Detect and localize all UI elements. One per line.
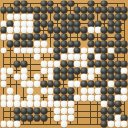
stone-black[interactable] bbox=[40, 114, 47, 121]
stone-white[interactable] bbox=[61, 121, 68, 128]
stone-white[interactable] bbox=[0, 47, 7, 54]
stone-black[interactable] bbox=[67, 0, 74, 7]
go-board[interactable] bbox=[0, 0, 128, 128]
stone-white[interactable] bbox=[0, 81, 7, 88]
stone-black[interactable] bbox=[121, 13, 128, 20]
stone-white[interactable] bbox=[13, 121, 20, 128]
stone-white[interactable] bbox=[34, 54, 41, 61]
stone-white[interactable] bbox=[7, 67, 14, 74]
go-app-screen bbox=[0, 0, 128, 128]
stone-black[interactable] bbox=[121, 47, 128, 54]
stone-white[interactable] bbox=[121, 94, 128, 101]
star-point bbox=[103, 23, 105, 25]
stone-white[interactable] bbox=[121, 121, 128, 128]
stone-white[interactable] bbox=[67, 114, 74, 121]
